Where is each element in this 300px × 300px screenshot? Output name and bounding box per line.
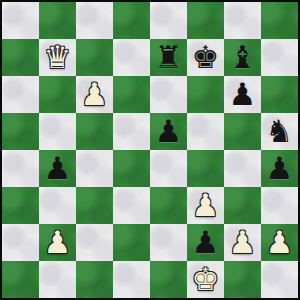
square-g4[interactable] bbox=[224, 150, 261, 187]
black-pawn[interactable]: ♟ bbox=[229, 76, 257, 113]
square-e1[interactable] bbox=[150, 261, 187, 298]
square-e5[interactable]: ♟ bbox=[150, 113, 187, 150]
black-bishop[interactable]: ♝ bbox=[229, 39, 257, 76]
square-f8[interactable] bbox=[187, 2, 224, 39]
square-d4[interactable] bbox=[113, 150, 150, 187]
square-h8[interactable] bbox=[261, 2, 298, 39]
square-b6[interactable] bbox=[39, 76, 76, 113]
square-h1[interactable] bbox=[261, 261, 298, 298]
square-c4[interactable] bbox=[76, 150, 113, 187]
square-c6[interactable]: ♟ bbox=[76, 76, 113, 113]
square-f5[interactable] bbox=[187, 113, 224, 150]
black-pawn[interactable]: ♟ bbox=[192, 224, 220, 261]
square-d8[interactable] bbox=[113, 2, 150, 39]
white-pawn[interactable]: ♟ bbox=[229, 224, 257, 261]
square-c1[interactable] bbox=[76, 261, 113, 298]
square-g1[interactable] bbox=[224, 261, 261, 298]
square-b4[interactable]: ♟ bbox=[39, 150, 76, 187]
square-c7[interactable] bbox=[76, 39, 113, 76]
square-a1[interactable] bbox=[2, 261, 39, 298]
square-a4[interactable] bbox=[2, 150, 39, 187]
white-pawn[interactable]: ♟ bbox=[44, 224, 72, 261]
black-pawn[interactable]: ♟ bbox=[44, 150, 72, 187]
square-d2[interactable] bbox=[113, 224, 150, 261]
white-pawn[interactable]: ♟ bbox=[192, 187, 220, 224]
black-knight[interactable]: ♞ bbox=[266, 113, 294, 150]
square-d1[interactable] bbox=[113, 261, 150, 298]
square-b7[interactable]: ♛ bbox=[39, 39, 76, 76]
square-f2[interactable]: ♟ bbox=[187, 224, 224, 261]
square-a8[interactable] bbox=[2, 2, 39, 39]
square-f1[interactable]: ♚ bbox=[187, 261, 224, 298]
square-g3[interactable] bbox=[224, 187, 261, 224]
square-g8[interactable] bbox=[224, 2, 261, 39]
white-pawn[interactable]: ♟ bbox=[266, 224, 294, 261]
square-b1[interactable] bbox=[39, 261, 76, 298]
board-grid: ♛♜♚♝♟♟♟♞♟♟♟♟♟♟♟♚ bbox=[2, 2, 298, 298]
square-h2[interactable]: ♟ bbox=[261, 224, 298, 261]
square-b3[interactable] bbox=[39, 187, 76, 224]
square-g7[interactable]: ♝ bbox=[224, 39, 261, 76]
square-b8[interactable] bbox=[39, 2, 76, 39]
square-a6[interactable] bbox=[2, 76, 39, 113]
square-g2[interactable]: ♟ bbox=[224, 224, 261, 261]
square-d3[interactable] bbox=[113, 187, 150, 224]
square-f4[interactable] bbox=[187, 150, 224, 187]
square-e2[interactable] bbox=[150, 224, 187, 261]
white-king[interactable]: ♚ bbox=[192, 261, 220, 298]
square-g6[interactable]: ♟ bbox=[224, 76, 261, 113]
square-d7[interactable] bbox=[113, 39, 150, 76]
square-a7[interactable] bbox=[2, 39, 39, 76]
square-c3[interactable] bbox=[76, 187, 113, 224]
square-c8[interactable] bbox=[76, 2, 113, 39]
square-e4[interactable] bbox=[150, 150, 187, 187]
square-h4[interactable]: ♟ bbox=[261, 150, 298, 187]
square-h5[interactable]: ♞ bbox=[261, 113, 298, 150]
chess-board: ♛♜♚♝♟♟♟♞♟♟♟♟♟♟♟♚ bbox=[0, 0, 300, 300]
square-b5[interactable] bbox=[39, 113, 76, 150]
square-h3[interactable] bbox=[261, 187, 298, 224]
square-a3[interactable] bbox=[2, 187, 39, 224]
square-d6[interactable] bbox=[113, 76, 150, 113]
square-g5[interactable] bbox=[224, 113, 261, 150]
white-queen[interactable]: ♛ bbox=[44, 39, 72, 76]
square-c5[interactable] bbox=[76, 113, 113, 150]
square-f6[interactable] bbox=[187, 76, 224, 113]
square-b2[interactable]: ♟ bbox=[39, 224, 76, 261]
square-h7[interactable] bbox=[261, 39, 298, 76]
square-e8[interactable] bbox=[150, 2, 187, 39]
black-pawn[interactable]: ♟ bbox=[266, 150, 294, 187]
square-a2[interactable] bbox=[2, 224, 39, 261]
square-e3[interactable] bbox=[150, 187, 187, 224]
black-rook[interactable]: ♜ bbox=[155, 39, 183, 76]
white-pawn[interactable]: ♟ bbox=[81, 76, 109, 113]
square-d5[interactable] bbox=[113, 113, 150, 150]
square-e6[interactable] bbox=[150, 76, 187, 113]
square-f7[interactable]: ♚ bbox=[187, 39, 224, 76]
square-f3[interactable]: ♟ bbox=[187, 187, 224, 224]
square-e7[interactable]: ♜ bbox=[150, 39, 187, 76]
square-h6[interactable] bbox=[261, 76, 298, 113]
square-a5[interactable] bbox=[2, 113, 39, 150]
black-king[interactable]: ♚ bbox=[192, 39, 220, 76]
black-pawn[interactable]: ♟ bbox=[155, 113, 183, 150]
square-c2[interactable] bbox=[76, 224, 113, 261]
